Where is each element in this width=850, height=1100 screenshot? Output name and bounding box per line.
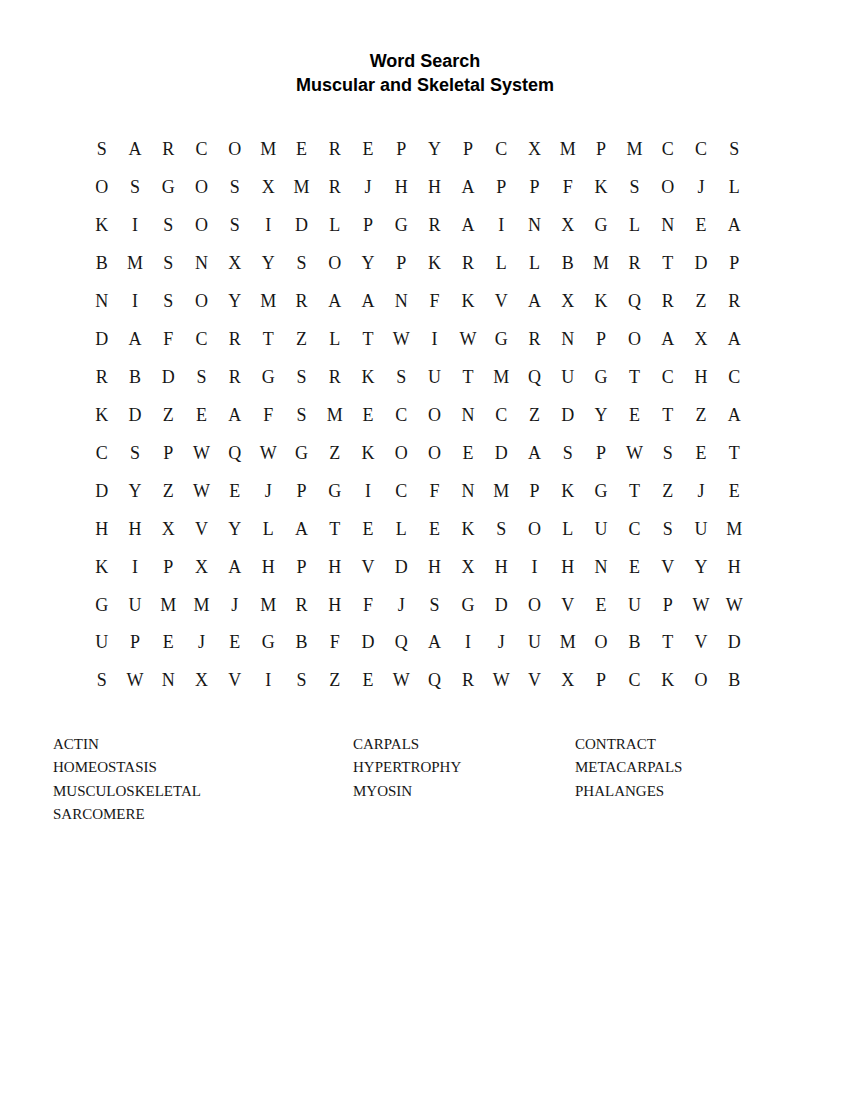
grid-cell: E bbox=[618, 548, 651, 586]
grid-cell: H bbox=[251, 548, 284, 586]
grid-cell: N bbox=[85, 283, 118, 321]
grid-cell: V bbox=[185, 510, 218, 548]
grid-cell: G bbox=[584, 359, 617, 397]
grid-cell: X bbox=[551, 207, 584, 245]
grid-cell: M bbox=[551, 131, 584, 169]
grid-cell: C bbox=[718, 359, 751, 397]
grid-cell: L bbox=[485, 245, 518, 283]
grid-cell: S bbox=[385, 359, 418, 397]
grid-cell: K bbox=[85, 396, 118, 434]
grid-cell: E bbox=[684, 434, 717, 472]
grid-cell: A bbox=[718, 207, 751, 245]
grid-cell: V bbox=[651, 548, 684, 586]
grid-cell: W bbox=[451, 321, 484, 359]
grid-cell: Y bbox=[218, 283, 251, 321]
grid-cell: P bbox=[118, 624, 151, 662]
grid-cell: Q bbox=[518, 359, 551, 397]
grid-cell: Z bbox=[285, 321, 318, 359]
grid-cell: U bbox=[518, 624, 551, 662]
grid-cell: T bbox=[618, 359, 651, 397]
grid-cell: J bbox=[684, 169, 717, 207]
grid-cell: G bbox=[85, 586, 118, 624]
grid-cell: T bbox=[251, 321, 284, 359]
grid-cell: R bbox=[651, 283, 684, 321]
grid-cell: W bbox=[385, 321, 418, 359]
grid-cell: I bbox=[118, 207, 151, 245]
grid-cell: A bbox=[318, 283, 351, 321]
grid-cell: P bbox=[285, 548, 318, 586]
grid-cell: R bbox=[618, 245, 651, 283]
grid-cell: M bbox=[185, 586, 218, 624]
grid-cell: S bbox=[651, 434, 684, 472]
grid-cell: W bbox=[251, 434, 284, 472]
grid-cell: X bbox=[185, 662, 218, 700]
grid-cell: I bbox=[418, 321, 451, 359]
grid-cell: N bbox=[152, 662, 185, 700]
grid-cell: E bbox=[351, 131, 384, 169]
grid-cell: P bbox=[518, 169, 551, 207]
grid-cell: P bbox=[651, 586, 684, 624]
grid-cell: L bbox=[718, 169, 751, 207]
grid-cell: H bbox=[118, 510, 151, 548]
grid-cell: F bbox=[152, 321, 185, 359]
grid-cell: A bbox=[718, 321, 751, 359]
grid-cell: Y bbox=[118, 472, 151, 510]
grid-cell: S bbox=[85, 662, 118, 700]
grid-cell: R bbox=[285, 283, 318, 321]
grid-cell: E bbox=[584, 586, 617, 624]
grid-cell: G bbox=[385, 207, 418, 245]
word-item: SARCOMERE bbox=[53, 803, 201, 826]
grid-cell: Z bbox=[651, 472, 684, 510]
grid-cell: M bbox=[251, 131, 284, 169]
grid-cell: J bbox=[485, 624, 518, 662]
grid-cell: P bbox=[385, 131, 418, 169]
word-item: MUSCULOSKELETAL bbox=[53, 780, 201, 803]
word-item: HOMEOSTASIS bbox=[53, 756, 201, 779]
grid-cell: W bbox=[118, 662, 151, 700]
grid-cell: L bbox=[551, 510, 584, 548]
grid-cell: A bbox=[518, 434, 551, 472]
grid-cell: O bbox=[218, 131, 251, 169]
grid-cell: S bbox=[651, 510, 684, 548]
grid-cell: M bbox=[485, 359, 518, 397]
grid-cell: C bbox=[651, 359, 684, 397]
grid-cell: L bbox=[385, 510, 418, 548]
grid-cell: Z bbox=[684, 283, 717, 321]
grid-cell: M bbox=[551, 624, 584, 662]
grid-cell: E bbox=[418, 510, 451, 548]
title-line-1: Word Search bbox=[0, 49, 850, 73]
grid-cell: U bbox=[551, 359, 584, 397]
grid-cell: R bbox=[451, 245, 484, 283]
grid-cell: R bbox=[318, 359, 351, 397]
grid-cell: C bbox=[485, 131, 518, 169]
grid-cell: R bbox=[718, 283, 751, 321]
grid-cell: S bbox=[152, 245, 185, 283]
grid-cell: N bbox=[518, 207, 551, 245]
page-title: Word Search Muscular and Skeletal System bbox=[0, 49, 850, 97]
grid-cell: J bbox=[251, 472, 284, 510]
grid-cell: S bbox=[85, 131, 118, 169]
grid-cell: H bbox=[418, 548, 451, 586]
grid-cell: D bbox=[684, 245, 717, 283]
grid-cell: G bbox=[584, 472, 617, 510]
grid-cell: I bbox=[118, 283, 151, 321]
word-item: CONTRACT bbox=[575, 733, 682, 756]
grid-cell: P bbox=[584, 321, 617, 359]
grid-cell: O bbox=[385, 434, 418, 472]
word-item: PHALANGES bbox=[575, 780, 682, 803]
grid-cell: G bbox=[152, 169, 185, 207]
grid-cell: S bbox=[618, 169, 651, 207]
grid-cell: H bbox=[684, 359, 717, 397]
grid-cell: O bbox=[684, 662, 717, 700]
grid-cell: A bbox=[285, 510, 318, 548]
grid-cell: U bbox=[118, 586, 151, 624]
word-bank-column: CARPALSHYPERTROPHYMYOSIN bbox=[353, 733, 461, 803]
grid-cell: M bbox=[152, 586, 185, 624]
grid-cell: R bbox=[218, 321, 251, 359]
grid-cell: C bbox=[618, 662, 651, 700]
grid-cell: A bbox=[418, 624, 451, 662]
grid-cell: G bbox=[285, 434, 318, 472]
grid-cell: W bbox=[185, 434, 218, 472]
grid-cell: K bbox=[85, 548, 118, 586]
grid-cell: E bbox=[684, 207, 717, 245]
grid-cell: D bbox=[385, 548, 418, 586]
grid-cell: C bbox=[385, 472, 418, 510]
grid-cell: N bbox=[451, 396, 484, 434]
grid-cell: I bbox=[518, 548, 551, 586]
grid-cell: I bbox=[251, 207, 284, 245]
grid-cell: Y bbox=[351, 245, 384, 283]
grid-cell: O bbox=[418, 396, 451, 434]
grid-cell: K bbox=[351, 434, 384, 472]
grid-cell: M bbox=[251, 586, 284, 624]
grid-cell: B bbox=[118, 359, 151, 397]
grid-cell: E bbox=[218, 624, 251, 662]
grid-cell: A bbox=[451, 207, 484, 245]
grid-cell: H bbox=[385, 169, 418, 207]
grid-cell: G bbox=[485, 321, 518, 359]
grid-cell: A bbox=[218, 548, 251, 586]
grid-cell: S bbox=[152, 283, 185, 321]
grid-cell: E bbox=[152, 624, 185, 662]
grid-cell: R bbox=[285, 586, 318, 624]
grid-cell: B bbox=[718, 662, 751, 700]
grid-cell: G bbox=[584, 207, 617, 245]
grid-cell: T bbox=[618, 472, 651, 510]
grid-cell: Y bbox=[218, 510, 251, 548]
grid-cell: G bbox=[451, 586, 484, 624]
grid-cell: N bbox=[551, 321, 584, 359]
grid-cell: D bbox=[85, 321, 118, 359]
grid-cell: L bbox=[318, 207, 351, 245]
grid-cell: K bbox=[551, 472, 584, 510]
grid-cell: S bbox=[118, 434, 151, 472]
grid-cell: P bbox=[285, 472, 318, 510]
grid-cell: Y bbox=[251, 245, 284, 283]
grid-cell: G bbox=[251, 359, 284, 397]
grid-cell: M bbox=[618, 131, 651, 169]
grid-cell: O bbox=[418, 434, 451, 472]
grid-cell: E bbox=[718, 472, 751, 510]
grid-cell: V bbox=[485, 283, 518, 321]
grid-cell: S bbox=[218, 207, 251, 245]
grid-cell: G bbox=[318, 472, 351, 510]
grid-cell: Q bbox=[618, 283, 651, 321]
grid-cell: E bbox=[351, 510, 384, 548]
grid-cell: H bbox=[485, 548, 518, 586]
grid-cell: K bbox=[451, 283, 484, 321]
grid-cell: Y bbox=[584, 396, 617, 434]
grid-cell: J bbox=[684, 472, 717, 510]
grid-cell: P bbox=[718, 245, 751, 283]
grid-cell: S bbox=[551, 434, 584, 472]
grid-cell: D bbox=[551, 396, 584, 434]
grid-cell: V bbox=[551, 586, 584, 624]
grid-cell: C bbox=[185, 321, 218, 359]
grid-cell: D bbox=[85, 472, 118, 510]
grid-cell: G bbox=[251, 624, 284, 662]
grid-cell: B bbox=[551, 245, 584, 283]
grid-cell: R bbox=[218, 359, 251, 397]
grid-cell: M bbox=[118, 245, 151, 283]
grid-cell: R bbox=[418, 207, 451, 245]
grid-cell: P bbox=[584, 131, 617, 169]
grid-cell: S bbox=[718, 131, 751, 169]
grid-cell: O bbox=[185, 207, 218, 245]
grid-cell: S bbox=[285, 245, 318, 283]
grid-cell: I bbox=[251, 662, 284, 700]
grid-cell: D bbox=[485, 434, 518, 472]
grid-cell: E bbox=[451, 434, 484, 472]
grid-cell: M bbox=[318, 396, 351, 434]
grid-cell: K bbox=[451, 510, 484, 548]
grid-cell: O bbox=[518, 586, 551, 624]
grid-cell: J bbox=[185, 624, 218, 662]
grid-cell: T bbox=[651, 624, 684, 662]
grid-cell: D bbox=[485, 586, 518, 624]
grid-cell: C bbox=[651, 131, 684, 169]
grid-cell: M bbox=[285, 169, 318, 207]
grid-cell: O bbox=[518, 510, 551, 548]
grid-cell: W bbox=[618, 434, 651, 472]
grid-cell: Y bbox=[418, 131, 451, 169]
grid-cell: X bbox=[551, 662, 584, 700]
word-item: ACTIN bbox=[53, 733, 201, 756]
grid-cell: T bbox=[318, 510, 351, 548]
word-item: METACARPALS bbox=[575, 756, 682, 779]
grid-cell: H bbox=[318, 586, 351, 624]
grid-cell: S bbox=[118, 169, 151, 207]
grid-cell: V bbox=[518, 662, 551, 700]
grid-cell: B bbox=[285, 624, 318, 662]
grid-cell: R bbox=[451, 662, 484, 700]
grid-cell: Y bbox=[684, 548, 717, 586]
grid-cell: L bbox=[518, 245, 551, 283]
grid-cell: X bbox=[518, 131, 551, 169]
grid-cell: H bbox=[318, 548, 351, 586]
grid-cell: H bbox=[718, 548, 751, 586]
word-item: HYPERTROPHY bbox=[353, 756, 461, 779]
title-line-2: Muscular and Skeletal System bbox=[0, 73, 850, 97]
grid-cell: P bbox=[584, 434, 617, 472]
grid-cell: N bbox=[185, 245, 218, 283]
grid-cell: T bbox=[451, 359, 484, 397]
grid-cell: P bbox=[485, 169, 518, 207]
grid-cell: U bbox=[684, 510, 717, 548]
word-item: CARPALS bbox=[353, 733, 461, 756]
grid-cell: O bbox=[185, 169, 218, 207]
grid-cell: S bbox=[218, 169, 251, 207]
grid-cell: Z bbox=[152, 396, 185, 434]
grid-cell: S bbox=[285, 662, 318, 700]
grid-cell: D bbox=[285, 207, 318, 245]
grid-cell: O bbox=[651, 169, 684, 207]
grid-cell: J bbox=[385, 586, 418, 624]
grid-cell: H bbox=[418, 169, 451, 207]
grid-cell: U bbox=[584, 510, 617, 548]
grid-cell: S bbox=[152, 207, 185, 245]
grid-cell: W bbox=[485, 662, 518, 700]
grid-cell: M bbox=[485, 472, 518, 510]
grid-cell: Q bbox=[385, 624, 418, 662]
grid-cell: R bbox=[518, 321, 551, 359]
grid-cell: W bbox=[718, 586, 751, 624]
grid-cell: B bbox=[618, 624, 651, 662]
grid-cell: T bbox=[651, 396, 684, 434]
grid-cell: I bbox=[451, 624, 484, 662]
grid-cell: E bbox=[351, 662, 384, 700]
grid-cell: P bbox=[584, 662, 617, 700]
grid-cell: C bbox=[684, 131, 717, 169]
grid-cell: A bbox=[351, 283, 384, 321]
grid-cell: K bbox=[85, 207, 118, 245]
grid-cell: J bbox=[351, 169, 384, 207]
grid-cell: Z bbox=[684, 396, 717, 434]
grid-cell: E bbox=[218, 472, 251, 510]
grid-cell: I bbox=[118, 548, 151, 586]
grid-cell: N bbox=[385, 283, 418, 321]
grid-cell: F bbox=[418, 283, 451, 321]
grid-cell: X bbox=[684, 321, 717, 359]
grid-cell: I bbox=[351, 472, 384, 510]
grid-cell: E bbox=[285, 131, 318, 169]
grid-cell: M bbox=[718, 510, 751, 548]
grid-cell: Q bbox=[218, 434, 251, 472]
grid-cell: N bbox=[584, 548, 617, 586]
grid-cell: W bbox=[684, 586, 717, 624]
grid-cell: S bbox=[185, 359, 218, 397]
grid-cell: S bbox=[418, 586, 451, 624]
grid-cell: W bbox=[385, 662, 418, 700]
grid-cell: P bbox=[351, 207, 384, 245]
worksheet-page: Word Search Muscular and Skeletal System… bbox=[0, 0, 850, 1100]
grid-cell: R bbox=[318, 169, 351, 207]
grid-cell: V bbox=[218, 662, 251, 700]
grid-cell: W bbox=[185, 472, 218, 510]
grid-cell: X bbox=[451, 548, 484, 586]
grid-cell: U bbox=[618, 586, 651, 624]
grid-cell: T bbox=[651, 245, 684, 283]
grid-cell: R bbox=[318, 131, 351, 169]
grid-cell: D bbox=[152, 359, 185, 397]
grid-cell: V bbox=[684, 624, 717, 662]
grid-cell: U bbox=[85, 624, 118, 662]
grid-cell: P bbox=[518, 472, 551, 510]
grid-cell: K bbox=[584, 169, 617, 207]
grid-cell: E bbox=[351, 396, 384, 434]
grid-cell: D bbox=[718, 624, 751, 662]
grid-cell: P bbox=[451, 131, 484, 169]
grid-cell: O bbox=[584, 624, 617, 662]
grid-cell: C bbox=[385, 396, 418, 434]
grid-cell: F bbox=[418, 472, 451, 510]
grid-cell: R bbox=[152, 131, 185, 169]
grid-cell: C bbox=[618, 510, 651, 548]
grid-cell: T bbox=[718, 434, 751, 472]
grid-cell: F bbox=[318, 624, 351, 662]
grid-cell: X bbox=[251, 169, 284, 207]
grid-cell: Z bbox=[518, 396, 551, 434]
grid-cell: L bbox=[251, 510, 284, 548]
grid-cell: O bbox=[618, 321, 651, 359]
grid-cell: V bbox=[351, 548, 384, 586]
grid-cell: N bbox=[651, 207, 684, 245]
grid-cell: N bbox=[451, 472, 484, 510]
grid-cell: S bbox=[285, 359, 318, 397]
grid-cell: B bbox=[85, 245, 118, 283]
grid-cell: L bbox=[618, 207, 651, 245]
grid-cell: A bbox=[651, 321, 684, 359]
grid-cell: A bbox=[118, 321, 151, 359]
grid-cell: O bbox=[185, 283, 218, 321]
grid-cell: J bbox=[218, 586, 251, 624]
grid-cell: M bbox=[584, 245, 617, 283]
grid-cell: Z bbox=[318, 434, 351, 472]
grid-cell: P bbox=[385, 245, 418, 283]
grid-cell: K bbox=[651, 662, 684, 700]
grid-cell: O bbox=[318, 245, 351, 283]
grid-cell: F bbox=[551, 169, 584, 207]
word-search-grid: SARCOMEREPYPCXMPMCCSOSGOSXMRJHHAPPFKSOJL… bbox=[85, 131, 751, 700]
grid-cell: S bbox=[485, 510, 518, 548]
grid-cell: P bbox=[152, 434, 185, 472]
grid-cell: K bbox=[351, 359, 384, 397]
grid-cell: A bbox=[451, 169, 484, 207]
grid-cell: P bbox=[152, 548, 185, 586]
word-bank-column: CONTRACTMETACARPALSPHALANGES bbox=[575, 733, 682, 803]
grid-cell: Z bbox=[318, 662, 351, 700]
grid-cell: F bbox=[351, 586, 384, 624]
grid-cell: H bbox=[85, 510, 118, 548]
grid-cell: F bbox=[251, 396, 284, 434]
grid-cell: M bbox=[251, 283, 284, 321]
grid-cell: Q bbox=[418, 662, 451, 700]
grid-cell: H bbox=[551, 548, 584, 586]
grid-cell: C bbox=[485, 396, 518, 434]
grid-cell: T bbox=[351, 321, 384, 359]
grid-cell: A bbox=[218, 396, 251, 434]
grid-cell: A bbox=[718, 396, 751, 434]
grid-cell: E bbox=[185, 396, 218, 434]
grid-cell: D bbox=[118, 396, 151, 434]
grid-cell: U bbox=[418, 359, 451, 397]
grid-cell: X bbox=[185, 548, 218, 586]
grid-cell: O bbox=[85, 169, 118, 207]
